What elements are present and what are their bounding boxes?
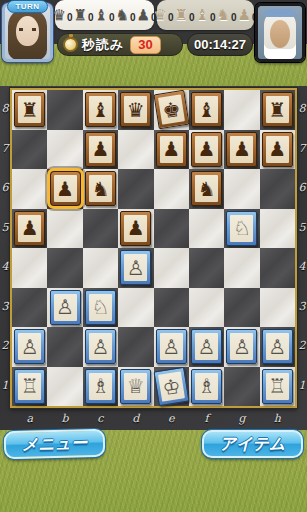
square-a7[interactable] — [12, 130, 47, 170]
square-f3[interactable] — [189, 288, 224, 328]
white-knight-icon: ♘ — [89, 294, 112, 321]
square-f5[interactable] — [189, 209, 224, 249]
captured-white-rook: ♜0 — [174, 4, 194, 26]
square-a8[interactable]: ♜ — [12, 90, 47, 130]
square-b6[interactable]: ♟ — [47, 169, 82, 209]
rank-label-left-5: 5 — [0, 221, 10, 234]
square-f2[interactable]: ♙ — [189, 327, 224, 367]
piece-black-queen-d8[interactable]: ♛ — [120, 92, 151, 127]
piece-white-pawn-g2[interactable]: ♙ — [226, 329, 257, 364]
piece-black-rook-h8[interactable]: ♜ — [262, 92, 293, 127]
captured-white-knight: ♞0 — [217, 4, 237, 26]
square-h5[interactable] — [260, 209, 295, 249]
captured-white-pieces-tray: ♛0♜0♝0♞0♟0 — [157, 0, 254, 30]
white-pawn-icon: ♙ — [160, 333, 183, 360]
rank-label-left-7: 7 — [0, 142, 10, 155]
square-g4[interactable] — [224, 248, 259, 288]
captured-black-pieces-tray: ♛0♜0♝0♞0♟0 — [55, 0, 154, 30]
rank-label-right-2: 2 — [297, 339, 307, 352]
queen-icon: ♛ — [153, 4, 166, 26]
black-bishop-icon: ♝ — [89, 96, 112, 123]
piece-white-pawn-f2[interactable]: ♙ — [191, 329, 222, 364]
piece-black-pawn-a5[interactable]: ♟ — [14, 211, 45, 246]
stopwatch-icon — [63, 37, 78, 52]
square-c4[interactable] — [83, 248, 118, 288]
avatar-face — [16, 16, 39, 46]
chess-app-screen: TURN ♛0♜0♝0♞0♟0 ♛0♜0♝0♞0♟0 秒読み 30 00:14:… — [0, 0, 307, 512]
piece-black-bishop-c8[interactable]: ♝ — [85, 92, 116, 127]
square-a2[interactable]: ♙ — [12, 327, 47, 367]
captured-count: 0 — [189, 12, 195, 23]
byoyomi-label: 秒読み — [82, 36, 124, 54]
rook-icon: ♜ — [73, 4, 86, 26]
rank-label-left-4: 4 — [0, 260, 10, 273]
square-d1[interactable]: ♕ — [118, 367, 153, 407]
black-rook-icon: ♜ — [266, 96, 289, 123]
white-pawn-icon: ♙ — [124, 254, 147, 281]
square-b7[interactable] — [47, 130, 82, 170]
square-a6[interactable] — [12, 169, 47, 209]
piece-black-pawn-f7[interactable]: ♟ — [191, 132, 222, 167]
white-pawn-icon: ♙ — [54, 294, 77, 321]
black-queen-icon: ♛ — [124, 96, 147, 123]
file-label-f: f — [197, 412, 217, 425]
white-pawn-icon: ♙ — [266, 333, 289, 360]
black-pawn-icon: ♟ — [18, 215, 41, 242]
square-a5[interactable]: ♟ — [12, 209, 47, 249]
rank-label-right-8: 8 — [297, 102, 307, 115]
captured-count: 0 — [210, 12, 216, 23]
item-button[interactable]: アイテム — [202, 430, 303, 458]
square-e4[interactable] — [154, 248, 189, 288]
square-c8[interactable]: ♝ — [83, 90, 118, 130]
piece-white-bishop-f1[interactable]: ♗ — [191, 369, 222, 404]
piece-white-rook-h1[interactable]: ♖ — [262, 369, 293, 404]
rank-label-left-3: 3 — [0, 300, 10, 313]
black-rook-icon: ♜ — [18, 96, 41, 123]
square-d4[interactable]: ♙ — [118, 248, 153, 288]
captured-black-bishop: ♝0 — [95, 4, 115, 26]
piece-white-queen-d1[interactable]: ♕ — [120, 369, 151, 404]
square-d2[interactable] — [118, 327, 153, 367]
bishop-icon: ♝ — [196, 4, 209, 26]
square-h8[interactable]: ♜ — [260, 90, 295, 130]
square-h1[interactable]: ♖ — [260, 367, 295, 407]
file-label-c: c — [90, 412, 110, 425]
square-d7[interactable] — [118, 130, 153, 170]
square-e6[interactable] — [154, 169, 189, 209]
white-king-icon: ♔ — [158, 371, 185, 401]
square-g5[interactable]: ♘ — [224, 209, 259, 249]
bishop-icon: ♝ — [95, 4, 108, 26]
white-bishop-icon: ♗ — [195, 373, 218, 400]
rank-label-right-7: 7 — [297, 142, 307, 155]
square-b5[interactable] — [47, 209, 82, 249]
square-h4[interactable] — [260, 248, 295, 288]
square-h2[interactable]: ♙ — [260, 327, 295, 367]
captured-black-knight: ♞0 — [116, 4, 136, 26]
square-e3[interactable] — [154, 288, 189, 328]
square-h7[interactable]: ♟ — [260, 130, 295, 170]
square-g1[interactable] — [224, 367, 259, 407]
piece-white-pawn-b3[interactable]: ♙ — [50, 290, 81, 325]
captured-count: 0 — [109, 12, 115, 23]
board-zone: ♜♝♛♚♝♜♟♟♟♟♟♟♞♞♟♟♘♙♙♘♙♙♙♙♙♙♖♗♕♔♗♖ 8877665… — [0, 86, 307, 432]
square-c1[interactable]: ♗ — [83, 367, 118, 407]
square-e5[interactable] — [154, 209, 189, 249]
square-c6[interactable]: ♞ — [83, 169, 118, 209]
piece-white-pawn-h2[interactable]: ♙ — [262, 329, 293, 364]
square-h3[interactable] — [260, 288, 295, 328]
byoyomi-timer-bar: 秒読み 30 — [57, 33, 183, 56]
square-c7[interactable]: ♟ — [83, 130, 118, 170]
square-b8[interactable] — [47, 90, 82, 130]
square-f8[interactable]: ♝ — [189, 90, 224, 130]
white-pawn-icon: ♙ — [18, 333, 41, 360]
piece-white-pawn-c2[interactable]: ♙ — [85, 329, 116, 364]
rank-label-right-6: 6 — [297, 181, 307, 194]
piece-white-knight-c3[interactable]: ♘ — [85, 290, 116, 325]
square-g2[interactable]: ♙ — [224, 327, 259, 367]
rank-label-left-8: 8 — [0, 102, 10, 115]
square-b2[interactable] — [47, 327, 82, 367]
square-e2[interactable]: ♙ — [154, 327, 189, 367]
white-pawn-icon: ♙ — [195, 333, 218, 360]
black-king-icon: ♚ — [158, 95, 185, 125]
black-pawn-icon: ♟ — [124, 215, 147, 242]
square-c5[interactable] — [83, 209, 118, 249]
rook-icon: ♜ — [174, 4, 187, 26]
black-pawn-icon: ♟ — [230, 136, 253, 163]
piece-black-knight-c6[interactable]: ♞ — [85, 171, 116, 206]
white-rook-icon: ♖ — [18, 373, 41, 400]
white-pawn-icon: ♙ — [230, 333, 253, 360]
black-pawn-icon: ♟ — [266, 136, 289, 163]
chess-board: ♜♝♛♚♝♜♟♟♟♟♟♟♞♞♟♟♘♙♙♘♙♙♙♙♙♙♖♗♕♔♗♖ — [10, 88, 297, 408]
square-g7[interactable]: ♟ — [224, 130, 259, 170]
rank-label-left-1: 1 — [0, 379, 10, 392]
piece-white-bishop-c1[interactable]: ♗ — [85, 369, 116, 404]
piece-white-pawn-d4[interactable]: ♙ — [120, 250, 151, 285]
piece-black-pawn-g7[interactable]: ♟ — [226, 132, 257, 167]
captured-white-queen: ♛0 — [153, 4, 173, 26]
queen-icon: ♛ — [52, 4, 65, 26]
piece-black-knight-f6[interactable]: ♞ — [191, 171, 222, 206]
square-c2[interactable]: ♙ — [83, 327, 118, 367]
file-label-g: g — [232, 412, 252, 425]
black-pawn-icon: ♟ — [89, 136, 112, 163]
square-e7[interactable]: ♟ — [154, 130, 189, 170]
black-bishop-icon: ♝ — [195, 96, 218, 123]
file-label-a: a — [20, 412, 40, 425]
byoyomi-seconds-value: 30 — [130, 36, 160, 54]
captured-count: 0 — [231, 12, 237, 23]
white-bishop-icon: ♗ — [89, 373, 112, 400]
knight-icon: ♞ — [116, 4, 129, 26]
square-d3[interactable] — [118, 288, 153, 328]
right-player-avatar — [255, 3, 305, 62]
captured-count: 0 — [168, 12, 174, 23]
captured-count: 0 — [88, 12, 94, 23]
square-g8[interactable] — [224, 90, 259, 130]
square-f4[interactable] — [189, 248, 224, 288]
menu-button[interactable]: メニュー — [4, 429, 106, 460]
piece-black-pawn-b6[interactable]: ♟ — [50, 171, 81, 206]
piece-white-king-e1[interactable]: ♔ — [153, 367, 189, 406]
black-pawn-icon: ♟ — [160, 136, 183, 163]
black-knight-icon: ♞ — [195, 175, 218, 202]
piece-white-knight-g5[interactable]: ♘ — [226, 211, 257, 246]
black-pawn-icon: ♟ — [54, 175, 77, 202]
rank-label-right-4: 4 — [297, 260, 307, 273]
turn-indicator-badge: TURN — [7, 0, 48, 13]
square-b1[interactable] — [47, 367, 82, 407]
rank-label-right-3: 3 — [297, 300, 307, 313]
file-label-e: e — [161, 412, 181, 425]
white-knight-icon: ♘ — [230, 215, 253, 242]
square-a4[interactable] — [12, 248, 47, 288]
piece-white-rook-a1[interactable]: ♖ — [14, 369, 45, 404]
square-e8[interactable]: ♚ — [154, 90, 189, 130]
file-label-d: d — [126, 412, 146, 425]
file-label-b: b — [55, 412, 75, 425]
captured-count: 0 — [67, 12, 73, 23]
square-d5[interactable]: ♟ — [118, 209, 153, 249]
rank-label-right-5: 5 — [297, 221, 307, 234]
captured-black-rook: ♜0 — [73, 4, 93, 26]
pawn-icon: ♟ — [238, 4, 251, 26]
square-d6[interactable] — [118, 169, 153, 209]
piece-black-pawn-c7[interactable]: ♟ — [85, 132, 116, 167]
white-queen-icon: ♕ — [124, 373, 147, 400]
rank-label-left-2: 2 — [0, 339, 10, 352]
piece-black-pawn-h7[interactable]: ♟ — [262, 132, 293, 167]
square-g3[interactable] — [224, 288, 259, 328]
piece-black-pawn-e7[interactable]: ♟ — [156, 132, 187, 167]
square-g6[interactable] — [224, 169, 259, 209]
piece-white-pawn-a2[interactable]: ♙ — [14, 329, 45, 364]
white-pawn-icon: ♙ — [89, 333, 112, 360]
white-rook-icon: ♖ — [266, 373, 289, 400]
captured-black-queen: ♛0 — [52, 4, 72, 26]
square-d8[interactable]: ♛ — [118, 90, 153, 130]
piece-black-king-e8[interactable]: ♚ — [153, 90, 189, 129]
piece-black-rook-a8[interactable]: ♜ — [14, 92, 45, 127]
square-a1[interactable]: ♖ — [12, 367, 47, 407]
square-f7[interactable]: ♟ — [189, 130, 224, 170]
piece-white-pawn-e2[interactable]: ♙ — [156, 329, 187, 364]
avatar-face — [270, 20, 290, 48]
square-f6[interactable]: ♞ — [189, 169, 224, 209]
captured-white-bishop: ♝0 — [196, 4, 216, 26]
square-b4[interactable] — [47, 248, 82, 288]
rank-label-right-1: 1 — [297, 379, 307, 392]
black-knight-icon: ♞ — [89, 175, 112, 202]
square-a3[interactable] — [12, 288, 47, 328]
game-clock: 00:14:27 — [187, 33, 253, 56]
square-f1[interactable]: ♗ — [189, 367, 224, 407]
knight-icon: ♞ — [217, 4, 230, 26]
avatar-eyes — [19, 28, 36, 31]
piece-black-bishop-f8[interactable]: ♝ — [191, 92, 222, 127]
black-pawn-icon: ♟ — [195, 136, 218, 163]
rank-label-left-6: 6 — [0, 181, 10, 194]
square-b3[interactable]: ♙ — [47, 288, 82, 328]
avatar-hood-stripe — [264, 9, 296, 17]
square-h6[interactable] — [260, 169, 295, 209]
square-e1[interactable]: ♔ — [154, 367, 189, 407]
pawn-icon: ♟ — [137, 4, 150, 26]
piece-black-pawn-d5[interactable]: ♟ — [120, 211, 151, 246]
file-label-h: h — [267, 412, 287, 425]
captured-count: 0 — [130, 12, 136, 23]
square-c3[interactable]: ♘ — [83, 288, 118, 328]
